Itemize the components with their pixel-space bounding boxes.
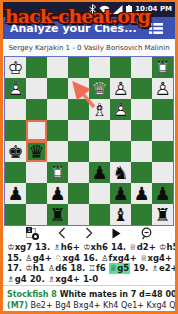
board-square[interactable]: ♜ <box>47 204 68 225</box>
move-number[interactable]: 14. <box>111 242 126 253</box>
share-icon[interactable] <box>175 21 178 35</box>
board-square[interactable] <box>89 141 110 162</box>
piece-figurine: ♕ <box>140 253 148 263</box>
battery-icon <box>126 5 132 15</box>
move-token[interactable]: ♖f6 <box>88 263 105 274</box>
black-piece: ♟ <box>152 183 173 204</box>
move-number[interactable]: 15. <box>7 253 22 264</box>
white-piece: ♟♙ <box>110 78 131 99</box>
board-square[interactable] <box>131 99 152 120</box>
white-piece: ♚♔ <box>5 57 26 78</box>
engine-variation-line: (M7) Be2+ Bg4 Bxg4+ Kh4 Qe1+ Kxg4 Qe4+ K… <box>7 300 175 311</box>
wifi-icon <box>99 5 110 14</box>
board-square[interactable] <box>47 120 68 141</box>
board-square[interactable] <box>47 78 68 99</box>
move-number[interactable]: 1-0 <box>83 274 98 285</box>
board-square[interactable] <box>152 120 173 141</box>
move-token[interactable]: ♙g4+ <box>25 253 52 264</box>
board-square[interactable] <box>5 120 26 141</box>
black-piece: ♚ <box>5 141 26 162</box>
board-square[interactable] <box>110 120 131 141</box>
move-line: 17.♔h1♙d618.♖f6♕g519.♗e2+ <box>7 263 175 274</box>
board-grid[interactable]: ♚♔♜♖♟♙♛♕♟♙♟♙♝♗♟♙♚♛♜♖♟♞♟♟♟♟♟♜♝♜ <box>5 57 173 225</box>
magnifier-minus-icon <box>140 227 153 240</box>
board-square[interactable] <box>47 57 68 78</box>
board-square[interactable] <box>26 162 47 183</box>
move-token[interactable]: ♙fxg4+ <box>101 253 137 264</box>
move-token[interactable]: ♕d2+ <box>129 242 156 253</box>
board-square[interactable]: ♟ <box>5 183 26 204</box>
board-square[interactable] <box>89 57 110 78</box>
board-square[interactable] <box>131 162 152 183</box>
board-square[interactable]: ♜ <box>152 204 173 225</box>
board-square[interactable] <box>47 99 68 120</box>
move-token[interactable]: ♗e2+ <box>151 263 177 274</box>
piece-figurine: ♗ <box>48 274 56 284</box>
move-token[interactable]: ♗xg4+ <box>48 274 80 285</box>
game-header: Sergey Karjakin 1 - 0 Vasily Borisovich … <box>3 39 175 56</box>
white-piece: ♛♕ <box>89 78 110 99</box>
board-square[interactable]: ♟ <box>89 162 110 183</box>
board-square[interactable]: ♟♙ <box>110 99 131 120</box>
board-square[interactable] <box>68 204 89 225</box>
piece-figurine: ♗ <box>7 274 15 284</box>
board-square[interactable] <box>26 120 47 141</box>
black-piece: ♟ <box>131 183 152 204</box>
move-number[interactable]: 17. <box>7 263 22 274</box>
board-square[interactable]: ♝♗ <box>89 99 110 120</box>
piece-figurine: ♔ <box>159 242 167 252</box>
black-piece: ♝ <box>110 204 131 225</box>
signal-icon <box>113 5 123 14</box>
board-square[interactable]: ♛ <box>26 141 47 162</box>
board-square[interactable] <box>47 141 68 162</box>
white-piece: ♟♙ <box>110 99 131 120</box>
engine-status-line: Stockfish 8 White mates in 7 d=48 00:29 <box>7 289 175 300</box>
board-square[interactable]: ♟♙ <box>152 78 173 99</box>
move-token[interactable]: ♔xg7 <box>7 242 32 253</box>
board-square[interactable] <box>26 78 47 99</box>
board-square[interactable] <box>5 204 26 225</box>
chess-board[interactable]: ♚♔♜♖♟♙♛♕♟♙♟♙♝♗♟♙♚♛♜♖♟♞♟♟♟♟♟♜♝♜ <box>4 56 174 226</box>
white-piece: ♜♖ <box>152 57 173 78</box>
engine-line-label: (M7) <box>7 301 28 310</box>
black-piece: ♜ <box>47 204 68 225</box>
move-line: ♔xg713.♗h6+♔xh614.♕d2+♔h5 <box>7 242 175 253</box>
black-piece: ♟ <box>89 162 110 183</box>
forward-button[interactable] <box>85 226 93 240</box>
move-number[interactable]: 13. <box>35 242 50 253</box>
board-square[interactable] <box>26 99 47 120</box>
piece-figurine: ♕ <box>129 242 137 252</box>
piece-figurine: ♙ <box>48 263 56 273</box>
board-square[interactable]: ♟♙ <box>110 78 131 99</box>
board-square[interactable] <box>89 204 110 225</box>
app-bar: Analyze your Ches... <box>3 17 175 39</box>
board-square[interactable] <box>68 141 89 162</box>
piece-figurine: ♘ <box>55 253 63 263</box>
piece-figurine: ♙ <box>25 253 33 263</box>
bluetooth-icon <box>89 4 96 15</box>
engine-depth: d=48 <box>139 290 163 299</box>
view-list-icon[interactable] <box>149 21 163 35</box>
board-square[interactable]: ♜♖ <box>47 162 68 183</box>
status-time: 10:04 PM <box>135 2 172 17</box>
piece-figurine: ♕ <box>110 263 118 273</box>
piece-figurine: ♙ <box>101 253 109 263</box>
navigation-toolbar: 1 <box>3 226 175 240</box>
move-token[interactable]: ♙d6 <box>48 263 68 274</box>
board-square[interactable] <box>131 78 152 99</box>
white-piece: ♝♗ <box>89 99 110 120</box>
board-square[interactable] <box>131 141 152 162</box>
move-token[interactable]: ♕g5 <box>109 263 131 274</box>
play-icon <box>112 228 121 239</box>
board-square[interactable] <box>68 162 89 183</box>
piece-figurine: ♗ <box>53 242 61 252</box>
engine-time: 00:29 <box>165 290 178 299</box>
board-square[interactable]: ♟ <box>110 183 131 204</box>
engine-eval: White mates in 7 <box>60 290 137 299</box>
zoom-button[interactable] <box>140 226 153 240</box>
board-square[interactable] <box>110 141 131 162</box>
engine-name: Stockfish 8 <box>7 290 57 299</box>
black-piece: ♟ <box>110 183 131 204</box>
engine-line-moves: Be2+ Bg4 Bxg4+ Kh4 Qe1+ Kxg4 Qe4+ Kh5 Q: <box>30 301 178 310</box>
piece-figurine: ♔ <box>7 242 15 252</box>
board-square[interactable] <box>110 57 131 78</box>
board-square[interactable] <box>26 183 47 204</box>
board-square[interactable]: ♟ <box>131 183 152 204</box>
board-square[interactable] <box>152 99 173 120</box>
chevron-right-icon <box>85 227 93 239</box>
app-title: Analyze your Ches... <box>10 22 137 35</box>
board-square[interactable] <box>131 120 152 141</box>
chevron-left-icon <box>58 227 66 239</box>
move-token[interactable]: ♕xg4+ <box>140 253 172 264</box>
move-token[interactable]: ♔xh6 <box>83 242 108 253</box>
move-line: 15.♙g4+♘xg416.♙fxg4+♕xg4+ <box>7 253 175 264</box>
piece-figurine: ♔ <box>83 242 91 252</box>
board-square[interactable]: ♟ <box>47 183 68 204</box>
move-number[interactable]: 19. <box>133 263 148 274</box>
board-square[interactable] <box>89 183 110 204</box>
board-square[interactable] <box>26 204 47 225</box>
board-square[interactable] <box>89 120 110 141</box>
piece-figurine: ♖ <box>88 263 96 273</box>
board-square[interactable] <box>152 141 173 162</box>
black-piece: ♜ <box>152 204 173 225</box>
white-piece: ♜♖ <box>47 162 68 183</box>
engine-panel[interactable]: Stockfish 8 White mates in 7 d=48 00:29 … <box>3 286 175 311</box>
board-square[interactable]: ♚♔ <box>5 57 26 78</box>
board-square[interactable] <box>26 57 47 78</box>
board-square[interactable] <box>152 162 173 183</box>
app-window: hack-cheat.org 10:04 PM Analyze your Che… <box>0 0 178 314</box>
board-select-button[interactable]: 1 <box>25 226 39 240</box>
back-button[interactable] <box>58 226 66 240</box>
piece-figurine: ♗ <box>151 263 159 273</box>
piece-figurine: ♔ <box>25 263 33 273</box>
move-list: ♔xg713.♗h6+♔xh614.♕d2+♔h515.♙g4+♘xg416.♙… <box>3 240 175 284</box>
move-token[interactable]: ♘xg4 <box>55 253 80 264</box>
board-square[interactable]: ♞ <box>110 162 131 183</box>
board-square[interactable] <box>68 78 89 99</box>
black-piece: ♟ <box>5 183 26 204</box>
black-piece: ♞ <box>110 162 131 183</box>
board-square[interactable]: ♟♙ <box>5 78 26 99</box>
board-square[interactable]: ♟ <box>152 183 173 204</box>
white-piece: ♟♙ <box>152 78 173 99</box>
board-square[interactable]: ♜♖ <box>152 57 173 78</box>
move-token[interactable]: ♗h6+ <box>53 242 80 253</box>
board-square[interactable]: ♛♕ <box>89 78 110 99</box>
board-square[interactable]: ♝ <box>110 204 131 225</box>
board-select-icon: 1 <box>25 227 39 240</box>
board-square[interactable]: ♚ <box>5 141 26 162</box>
play-button[interactable] <box>112 226 121 240</box>
status-bar: 10:04 PM <box>3 2 175 17</box>
board-square[interactable] <box>131 57 152 78</box>
board-square[interactable] <box>131 204 152 225</box>
black-piece: ♛ <box>26 141 47 162</box>
board-square[interactable] <box>68 99 89 120</box>
move-number[interactable]: 20. <box>30 274 45 285</box>
move-token[interactable]: ♔h5 <box>159 242 178 253</box>
move-token[interactable]: ♔h1 <box>25 263 45 274</box>
black-piece: ♟ <box>47 183 68 204</box>
board-square[interactable] <box>68 57 89 78</box>
board-square[interactable] <box>5 99 26 120</box>
board-square[interactable] <box>5 162 26 183</box>
move-number[interactable]: 16. <box>83 253 98 264</box>
move-line: ♗g420.♗xg4+1-0 <box>7 274 175 285</box>
white-piece: ♟♙ <box>5 78 26 99</box>
move-token[interactable]: ♗g4 <box>7 274 27 285</box>
board-square[interactable] <box>68 183 89 204</box>
move-number[interactable]: 18. <box>70 263 85 274</box>
board-square[interactable] <box>68 120 89 141</box>
